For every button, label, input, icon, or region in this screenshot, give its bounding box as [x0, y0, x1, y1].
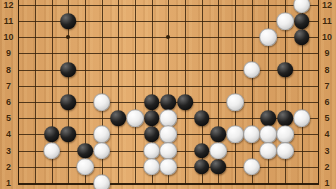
row-label-left-3: 3	[6, 146, 11, 155]
white-stone-K2	[160, 158, 178, 176]
black-stone-C4	[44, 127, 60, 143]
white-stone-F3	[93, 142, 111, 160]
white-stone-C3	[43, 142, 61, 160]
row-label-right-9: 9	[324, 49, 329, 58]
row-label-right-4: 4	[324, 130, 329, 139]
white-stone-J2	[143, 158, 161, 176]
black-stone-N2	[211, 159, 227, 175]
row-label-left-8: 8	[6, 65, 11, 74]
white-stone-P8	[243, 61, 261, 79]
black-stone-M2	[194, 159, 210, 175]
grid-vline	[135, 0, 136, 184]
black-stone-K6	[161, 94, 177, 110]
white-stone-Q10	[260, 28, 278, 46]
white-stone-R3	[276, 142, 294, 160]
white-stone-E2	[76, 158, 94, 176]
grid-vline	[18, 0, 19, 184]
black-stone-Q5	[261, 110, 277, 126]
white-stone-F1	[93, 174, 111, 189]
white-stone-K4	[160, 126, 178, 144]
white-stone-K3	[160, 142, 178, 160]
row-label-left-12: 12	[3, 0, 13, 9]
white-stone-O6	[226, 93, 244, 111]
white-stone-N3	[210, 142, 228, 160]
grid-vline	[235, 0, 236, 184]
star-point	[66, 35, 70, 39]
grid-hline	[18, 86, 319, 87]
black-stone-S10	[294, 29, 310, 45]
black-stone-J4	[144, 127, 160, 143]
black-stone-D6	[61, 94, 77, 110]
black-stone-M5	[194, 110, 210, 126]
black-stone-N4	[211, 127, 227, 143]
white-stone-Q3	[260, 142, 278, 160]
black-stone-R8	[277, 62, 293, 78]
white-stone-R11	[276, 12, 294, 30]
row-label-right-7: 7	[324, 81, 329, 90]
white-stone-P4	[243, 126, 261, 144]
row-label-left-11: 11	[4, 16, 14, 25]
black-stone-S11	[294, 13, 310, 29]
black-stone-J5	[144, 110, 160, 126]
row-label-right-5: 5	[324, 114, 329, 123]
go-board[interactable]: 121110987654321 121110987654321	[0, 0, 336, 189]
black-stone-D11	[61, 13, 77, 29]
grid-hline	[18, 183, 319, 185]
row-label-right-1: 1	[324, 179, 329, 188]
black-stone-R5	[277, 110, 293, 126]
grid-vline	[185, 0, 186, 184]
grid-vline	[118, 0, 119, 184]
row-label-left-1: 1	[6, 179, 11, 188]
white-stone-J3	[143, 142, 161, 160]
row-label-left-10: 10	[3, 33, 13, 42]
white-stone-K5	[160, 109, 178, 127]
row-label-right-11: 11	[322, 16, 332, 25]
black-stone-G5	[111, 110, 127, 126]
white-stone-H5	[126, 109, 144, 127]
black-stone-D4	[61, 127, 77, 143]
row-label-right-8: 8	[324, 65, 329, 74]
grid-hline	[18, 5, 319, 6]
grid-vline	[252, 0, 253, 184]
black-stone-L6	[177, 94, 193, 110]
black-stone-D8	[61, 62, 77, 78]
grid-vline	[35, 0, 36, 184]
white-stone-F4	[93, 126, 111, 144]
grid-hline	[18, 53, 319, 54]
white-stone-O4	[226, 126, 244, 144]
row-label-right-12: 12	[322, 0, 332, 9]
row-label-left-9: 9	[6, 49, 11, 58]
row-label-left-7: 7	[6, 81, 11, 90]
white-stone-Q4	[260, 126, 278, 144]
row-label-left-2: 2	[6, 162, 11, 171]
row-label-right-3: 3	[324, 146, 329, 155]
white-stone-S5	[293, 109, 311, 127]
row-label-left-4: 4	[6, 130, 11, 139]
white-stone-P2	[243, 158, 261, 176]
row-label-left-6: 6	[6, 97, 11, 106]
row-label-right-2: 2	[324, 162, 329, 171]
white-stone-F6	[93, 93, 111, 111]
row-label-right-6: 6	[324, 97, 329, 106]
row-label-right-10: 10	[322, 33, 332, 42]
white-stone-S12	[293, 0, 311, 13]
white-stone-R4	[276, 126, 294, 144]
black-stone-E3	[77, 143, 93, 159]
star-point	[166, 35, 170, 39]
black-stone-J6	[144, 94, 160, 110]
row-label-left-5: 5	[6, 114, 11, 123]
grid-vline	[318, 0, 319, 184]
black-stone-M3	[194, 143, 210, 159]
